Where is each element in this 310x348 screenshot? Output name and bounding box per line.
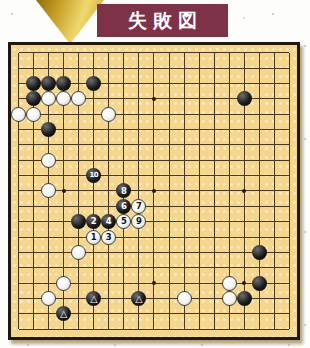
board-cell bbox=[131, 245, 146, 260]
board-cell bbox=[41, 45, 56, 60]
board-cell bbox=[11, 291, 26, 306]
board-cell bbox=[207, 183, 222, 198]
board-cell bbox=[131, 76, 146, 91]
board-cell bbox=[11, 76, 26, 91]
board-cell bbox=[237, 168, 252, 183]
board-cell bbox=[11, 60, 26, 75]
move-number-label: 3 bbox=[106, 233, 112, 242]
board-cell bbox=[252, 168, 267, 183]
black-stone: 8 bbox=[116, 183, 131, 198]
board-cell bbox=[71, 276, 86, 291]
board-cell bbox=[101, 122, 116, 137]
board-cell bbox=[237, 276, 252, 291]
board-cell bbox=[131, 229, 146, 244]
board-cell bbox=[41, 91, 56, 106]
board-cell bbox=[177, 106, 192, 121]
board-cell bbox=[116, 260, 131, 275]
board-cell: 4 bbox=[101, 214, 116, 229]
board-cell bbox=[11, 137, 26, 152]
board-cell bbox=[222, 60, 237, 75]
board-cell bbox=[177, 60, 192, 75]
board-cell bbox=[11, 306, 26, 321]
black-stone bbox=[71, 214, 86, 229]
board-cell bbox=[192, 245, 207, 260]
black-stone bbox=[237, 291, 252, 306]
board-cell bbox=[192, 199, 207, 214]
board-cell bbox=[162, 137, 177, 152]
board-cell bbox=[222, 291, 237, 306]
board-cell bbox=[267, 276, 282, 291]
white-stone bbox=[101, 107, 116, 122]
board-cell bbox=[252, 122, 267, 137]
board-cell bbox=[237, 322, 252, 337]
board-cell bbox=[207, 276, 222, 291]
board-cell bbox=[267, 322, 282, 337]
board-cell bbox=[101, 260, 116, 275]
board-cell bbox=[146, 76, 161, 91]
board-cell bbox=[71, 183, 86, 198]
board-cell bbox=[282, 183, 297, 198]
board-cell bbox=[26, 276, 41, 291]
board-cell: 5 bbox=[116, 214, 131, 229]
board-cell bbox=[41, 168, 56, 183]
white-stone bbox=[56, 91, 71, 106]
board-cell: 2 bbox=[86, 214, 101, 229]
board-cell bbox=[116, 322, 131, 337]
board-cell bbox=[282, 76, 297, 91]
white-stone bbox=[26, 107, 41, 122]
board-cell bbox=[222, 199, 237, 214]
board-cell bbox=[222, 183, 237, 198]
black-stone bbox=[41, 76, 56, 91]
board-cell bbox=[41, 199, 56, 214]
white-stone: 5 bbox=[116, 214, 131, 229]
board-cell bbox=[101, 106, 116, 121]
board-cell bbox=[222, 306, 237, 321]
move-number-label: 10 bbox=[89, 172, 98, 179]
board-cell bbox=[101, 137, 116, 152]
board-cell bbox=[237, 245, 252, 260]
board-cell bbox=[86, 306, 101, 321]
board-cell bbox=[237, 106, 252, 121]
board-cell bbox=[11, 276, 26, 291]
board-cell bbox=[207, 306, 222, 321]
board-cell bbox=[86, 199, 101, 214]
board-cell bbox=[237, 45, 252, 60]
board-cell bbox=[162, 245, 177, 260]
board-cell bbox=[86, 276, 101, 291]
board-cell bbox=[86, 91, 101, 106]
board-cell bbox=[177, 122, 192, 137]
board-cell bbox=[222, 45, 237, 60]
board-cell bbox=[207, 60, 222, 75]
go-board: 10867245913△△△ bbox=[8, 42, 300, 340]
board-cell bbox=[56, 91, 71, 106]
board-cell bbox=[56, 106, 71, 121]
white-stone bbox=[41, 153, 56, 168]
board-cell bbox=[222, 76, 237, 91]
board-cell bbox=[101, 76, 116, 91]
board-cell bbox=[116, 276, 131, 291]
board-cell bbox=[41, 76, 56, 91]
board-cell bbox=[146, 322, 161, 337]
board-cell bbox=[101, 153, 116, 168]
black-stone bbox=[26, 76, 41, 91]
board-cell bbox=[41, 245, 56, 260]
board-cell bbox=[162, 214, 177, 229]
board-cell bbox=[116, 153, 131, 168]
board-cell bbox=[131, 306, 146, 321]
board-cell bbox=[146, 229, 161, 244]
board-cell bbox=[71, 322, 86, 337]
board-cell bbox=[41, 137, 56, 152]
board-cell bbox=[56, 322, 71, 337]
board-cell bbox=[192, 60, 207, 75]
board-cell bbox=[237, 122, 252, 137]
board-cell bbox=[56, 260, 71, 275]
board-cell bbox=[177, 260, 192, 275]
board-cell bbox=[252, 60, 267, 75]
board-cell bbox=[131, 106, 146, 121]
board-cell bbox=[11, 229, 26, 244]
board-cell bbox=[282, 306, 297, 321]
board-cell bbox=[207, 229, 222, 244]
board-cell bbox=[56, 214, 71, 229]
board-cell bbox=[267, 91, 282, 106]
white-stone bbox=[71, 91, 86, 106]
board-cell bbox=[267, 306, 282, 321]
move-number-label: 1 bbox=[91, 233, 97, 242]
board-cell bbox=[26, 60, 41, 75]
board-cell bbox=[192, 291, 207, 306]
board-cell bbox=[252, 276, 267, 291]
board-cell bbox=[56, 122, 71, 137]
board-cell bbox=[116, 76, 131, 91]
board-cell bbox=[11, 322, 26, 337]
black-stone: 2 bbox=[86, 214, 101, 229]
board-cell bbox=[252, 106, 267, 121]
move-number-label: 4 bbox=[106, 217, 112, 226]
board-cell bbox=[56, 168, 71, 183]
board-cell bbox=[192, 76, 207, 91]
board-cell bbox=[222, 137, 237, 152]
board-cell bbox=[41, 260, 56, 275]
board-cell bbox=[177, 168, 192, 183]
board-cell bbox=[41, 60, 56, 75]
board-cell bbox=[131, 137, 146, 152]
board-cell bbox=[101, 183, 116, 198]
board-cell bbox=[282, 91, 297, 106]
board-cell bbox=[11, 199, 26, 214]
board-cell bbox=[11, 183, 26, 198]
board-cell bbox=[101, 276, 116, 291]
triangle-mark: △ bbox=[60, 309, 67, 319]
board-cell bbox=[237, 229, 252, 244]
board-cell bbox=[71, 260, 86, 275]
board-cell bbox=[131, 60, 146, 75]
board-cell bbox=[131, 153, 146, 168]
board-cell bbox=[86, 245, 101, 260]
board-cell bbox=[192, 322, 207, 337]
move-number-label: 8 bbox=[121, 187, 127, 196]
board-cell bbox=[146, 245, 161, 260]
white-stone bbox=[41, 291, 56, 306]
board-cell bbox=[116, 60, 131, 75]
board-cell bbox=[252, 291, 267, 306]
board-cell bbox=[192, 168, 207, 183]
board-cell bbox=[162, 183, 177, 198]
black-stone bbox=[56, 76, 71, 91]
board-cell bbox=[252, 153, 267, 168]
board-cell bbox=[252, 245, 267, 260]
board-cell bbox=[56, 199, 71, 214]
black-stone bbox=[252, 245, 267, 260]
board-cell bbox=[101, 322, 116, 337]
board-cell bbox=[101, 306, 116, 321]
board-cell bbox=[222, 106, 237, 121]
board-cell bbox=[237, 91, 252, 106]
board-cell bbox=[131, 322, 146, 337]
board-cell bbox=[192, 153, 207, 168]
board-cell bbox=[86, 76, 101, 91]
board-cell bbox=[41, 229, 56, 244]
board-cell bbox=[56, 245, 71, 260]
board-cell bbox=[252, 260, 267, 275]
board-cell bbox=[252, 229, 267, 244]
board-cell bbox=[26, 245, 41, 260]
board-cell bbox=[146, 137, 161, 152]
board-cell bbox=[237, 183, 252, 198]
board-cell bbox=[207, 168, 222, 183]
board-cell bbox=[267, 76, 282, 91]
board-cell bbox=[207, 291, 222, 306]
board-cell bbox=[282, 245, 297, 260]
board-cell bbox=[237, 291, 252, 306]
board-cell bbox=[282, 214, 297, 229]
board-cell bbox=[267, 291, 282, 306]
board-cell bbox=[222, 229, 237, 244]
board-cell bbox=[71, 291, 86, 306]
board-cell bbox=[282, 260, 297, 275]
board-cell bbox=[162, 260, 177, 275]
board-cell bbox=[222, 260, 237, 275]
star-point bbox=[152, 281, 156, 285]
board-cell bbox=[222, 153, 237, 168]
board-cell bbox=[162, 306, 177, 321]
board-cell bbox=[207, 122, 222, 137]
board-cell bbox=[116, 106, 131, 121]
board-cell bbox=[101, 45, 116, 60]
board-cell bbox=[26, 199, 41, 214]
board-cell bbox=[71, 106, 86, 121]
board-cell: 6 bbox=[116, 199, 131, 214]
board-cell bbox=[41, 106, 56, 121]
board-cell bbox=[252, 45, 267, 60]
board-cell bbox=[267, 122, 282, 137]
move-number-label: 6 bbox=[121, 202, 127, 211]
board-cell bbox=[267, 214, 282, 229]
board-cell bbox=[207, 260, 222, 275]
board-cell: 9 bbox=[131, 214, 146, 229]
board-cell bbox=[26, 45, 41, 60]
board-cell bbox=[56, 183, 71, 198]
move-number-label: 5 bbox=[121, 217, 127, 226]
board-cell bbox=[222, 122, 237, 137]
board-cell bbox=[162, 91, 177, 106]
board-cell bbox=[146, 214, 161, 229]
board-cell bbox=[192, 45, 207, 60]
board-cell bbox=[71, 122, 86, 137]
board-cell bbox=[192, 106, 207, 121]
black-stone bbox=[252, 276, 267, 291]
board-cell bbox=[222, 245, 237, 260]
board-cell bbox=[237, 306, 252, 321]
board-cell bbox=[86, 45, 101, 60]
board-cell bbox=[282, 122, 297, 137]
star-point bbox=[242, 189, 246, 193]
board-cell bbox=[252, 76, 267, 91]
board-cell bbox=[116, 245, 131, 260]
board-cell bbox=[282, 153, 297, 168]
board-cell bbox=[26, 260, 41, 275]
board-cell bbox=[207, 322, 222, 337]
board-cell bbox=[11, 260, 26, 275]
board-cell bbox=[267, 106, 282, 121]
board-cell bbox=[267, 137, 282, 152]
board-cell bbox=[11, 91, 26, 106]
board-cell bbox=[26, 122, 41, 137]
black-stone: △ bbox=[131, 291, 146, 306]
board-cell bbox=[207, 245, 222, 260]
board-cell bbox=[282, 168, 297, 183]
board-cell bbox=[26, 229, 41, 244]
board-cell bbox=[56, 291, 71, 306]
board-cell bbox=[162, 45, 177, 60]
board-cell bbox=[192, 306, 207, 321]
board-cell bbox=[56, 276, 71, 291]
board-cell bbox=[116, 291, 131, 306]
board-cell bbox=[252, 214, 267, 229]
board-cell bbox=[177, 76, 192, 91]
board-cell bbox=[71, 229, 86, 244]
board-cell bbox=[41, 214, 56, 229]
board-cell bbox=[146, 291, 161, 306]
board-cell bbox=[177, 137, 192, 152]
board-cell bbox=[26, 91, 41, 106]
board-cell bbox=[252, 91, 267, 106]
board-cell bbox=[116, 229, 131, 244]
board-cell bbox=[222, 276, 237, 291]
board-cell bbox=[177, 214, 192, 229]
board-cell bbox=[41, 291, 56, 306]
board-cell bbox=[26, 183, 41, 198]
board-cell bbox=[86, 183, 101, 198]
star-point bbox=[152, 97, 156, 101]
board-cell bbox=[237, 260, 252, 275]
board-cell bbox=[237, 214, 252, 229]
white-stone: 3 bbox=[101, 230, 116, 245]
board-cell bbox=[71, 245, 86, 260]
white-stone bbox=[71, 245, 86, 260]
board-cell bbox=[282, 229, 297, 244]
board-cell bbox=[162, 153, 177, 168]
board-cell bbox=[192, 260, 207, 275]
board-cell bbox=[146, 122, 161, 137]
black-stone bbox=[41, 122, 56, 137]
board-cell bbox=[26, 153, 41, 168]
board-cell bbox=[101, 291, 116, 306]
white-stone: 7 bbox=[131, 199, 146, 214]
board-cell bbox=[267, 168, 282, 183]
board-cell bbox=[207, 153, 222, 168]
board-cell bbox=[71, 199, 86, 214]
board-cell bbox=[11, 168, 26, 183]
diagram-title: 失敗図 bbox=[128, 8, 203, 34]
board-cell bbox=[41, 153, 56, 168]
board-cell bbox=[252, 199, 267, 214]
board-cell bbox=[71, 153, 86, 168]
board-cell bbox=[207, 76, 222, 91]
board-cell bbox=[131, 183, 146, 198]
board-cell bbox=[26, 214, 41, 229]
board-cell bbox=[116, 168, 131, 183]
board-cell bbox=[237, 137, 252, 152]
white-stone bbox=[41, 183, 56, 198]
black-stone: 4 bbox=[101, 214, 116, 229]
star-point bbox=[152, 189, 156, 193]
board-cell bbox=[116, 122, 131, 137]
board-cell bbox=[282, 291, 297, 306]
board-cell bbox=[267, 199, 282, 214]
board-cell bbox=[131, 45, 146, 60]
black-stone: △ bbox=[86, 291, 101, 306]
board-cell bbox=[207, 91, 222, 106]
board-cell bbox=[11, 214, 26, 229]
board-cell bbox=[162, 168, 177, 183]
board-cell: △ bbox=[131, 291, 146, 306]
board-cell bbox=[41, 306, 56, 321]
board-cell bbox=[252, 306, 267, 321]
board-cell bbox=[71, 137, 86, 152]
board-cell bbox=[56, 153, 71, 168]
board-cell: 7 bbox=[131, 199, 146, 214]
board-cell bbox=[26, 306, 41, 321]
board-cell bbox=[101, 199, 116, 214]
move-number-label: 2 bbox=[91, 217, 97, 226]
board-cell bbox=[26, 291, 41, 306]
triangle-mark: △ bbox=[135, 293, 142, 303]
board-cell bbox=[41, 122, 56, 137]
board-cell bbox=[26, 137, 41, 152]
board-cell bbox=[282, 199, 297, 214]
board-cell bbox=[177, 199, 192, 214]
board-cell: 1 bbox=[86, 229, 101, 244]
board-cell bbox=[146, 91, 161, 106]
board-cell bbox=[267, 245, 282, 260]
board-cell bbox=[207, 214, 222, 229]
board-cell bbox=[41, 183, 56, 198]
board-cell bbox=[71, 168, 86, 183]
board-cell bbox=[71, 91, 86, 106]
board-cell bbox=[237, 153, 252, 168]
board-cell: 8 bbox=[116, 183, 131, 198]
star-point bbox=[242, 281, 246, 285]
board-cell bbox=[207, 45, 222, 60]
board-cell bbox=[146, 306, 161, 321]
board-cell bbox=[11, 245, 26, 260]
board-cell bbox=[177, 91, 192, 106]
white-stone bbox=[41, 91, 56, 106]
